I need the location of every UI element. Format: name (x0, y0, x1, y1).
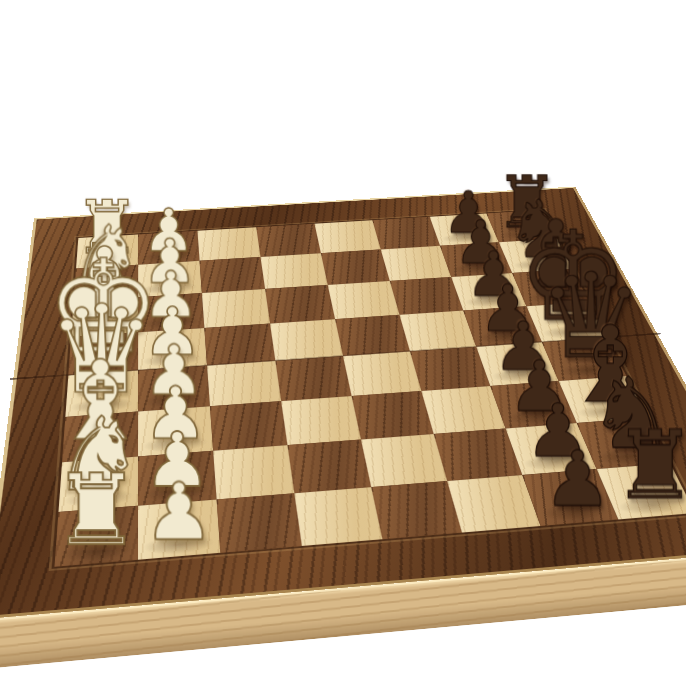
square-c4 (281, 396, 361, 445)
square-c5 (352, 391, 434, 440)
white-rook: ♜ (14, 463, 178, 557)
square-d4 (275, 356, 351, 401)
square-f4 (265, 285, 335, 324)
chess-board: ♜♟♟♜♞♟♟♞♝♟♟♝♚♟♟♚♛♟♟♛♝♟♟♝♞♟♟♞♜♟♟♜ (0, 187, 686, 620)
square-d5 (343, 351, 421, 396)
square-g5 (321, 250, 390, 285)
square-b4 (287, 440, 371, 494)
square-a5 (371, 481, 462, 539)
photo-stage: ♜♟♟♜♞♟♟♞♝♟♟♝♚♟♟♚♛♟♟♛♝♟♟♝♞♟♟♞♜♟♟♜ (0, 0, 686, 686)
square-h4 (256, 224, 321, 257)
square-b5 (361, 434, 447, 487)
square-a7: ♟ (522, 469, 618, 526)
square-e4 (270, 319, 343, 361)
square-f5 (328, 281, 400, 319)
square-a1: ♜ (55, 506, 138, 567)
square-g4 (261, 253, 328, 289)
square-a4 (294, 487, 382, 546)
square-h5 (315, 220, 381, 253)
square-e5 (335, 315, 410, 356)
black-pawn: ♟ (498, 444, 657, 517)
board-grid: ♜♟♟♜♞♟♟♞♝♟♟♝♚♟♟♚♛♟♟♛♝♟♟♝♞♟♟♞♜♟♟♜ (55, 210, 686, 567)
board-frame: ♜♟♟♜♞♟♟♞♝♟♟♝♚♟♟♚♛♟♟♛♝♟♟♝♞♟♟♞♜♟♟♜ (0, 187, 686, 620)
scene: ♜♟♟♜♞♟♟♞♝♟♟♝♚♟♟♚♛♟♟♛♝♟♟♝♞♟♟♞♜♟♟♜ (0, 0, 686, 686)
